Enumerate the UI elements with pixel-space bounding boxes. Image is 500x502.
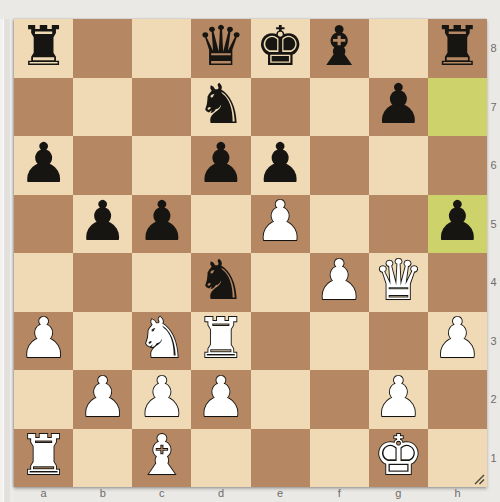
- square-f3[interactable]: [310, 312, 369, 371]
- square-g6[interactable]: [369, 136, 428, 195]
- square-d8[interactable]: ♛: [191, 19, 250, 78]
- square-b8[interactable]: [73, 19, 132, 78]
- square-c6[interactable]: [132, 136, 191, 195]
- square-h1[interactable]: [428, 429, 487, 488]
- piece-black-pawn[interactable]: ♟: [137, 194, 186, 249]
- rank-labels: 87654321: [487, 19, 500, 487]
- square-d2[interactable]: ♟: [191, 370, 250, 429]
- square-a5[interactable]: [14, 195, 73, 254]
- square-g5[interactable]: [369, 195, 428, 254]
- piece-white-pawn[interactable]: ♟: [19, 311, 68, 366]
- square-d4[interactable]: ♞: [191, 253, 250, 312]
- square-f4[interactable]: ♟: [310, 253, 369, 312]
- square-h5[interactable]: ♟: [428, 195, 487, 254]
- square-h7[interactable]: [428, 78, 487, 137]
- piece-white-rook[interactable]: ♜: [19, 428, 68, 483]
- rank-label-1: 1: [487, 429, 500, 488]
- file-label-a: a: [14, 487, 73, 502]
- square-c2[interactable]: ♟: [132, 370, 191, 429]
- square-h3[interactable]: ♟: [428, 312, 487, 371]
- square-e5[interactable]: ♟: [251, 195, 310, 254]
- piece-white-rook[interactable]: ♜: [196, 311, 245, 366]
- square-b5[interactable]: ♟: [73, 195, 132, 254]
- piece-white-pawn[interactable]: ♟: [255, 194, 304, 249]
- square-c5[interactable]: ♟: [132, 195, 191, 254]
- square-a4[interactable]: [14, 253, 73, 312]
- piece-white-queen[interactable]: ♛: [374, 253, 423, 308]
- rank-label-6: 6: [487, 136, 500, 195]
- square-b3[interactable]: [73, 312, 132, 371]
- square-b2[interactable]: ♟: [73, 370, 132, 429]
- square-c7[interactable]: [132, 78, 191, 137]
- rank-label-5: 5: [487, 195, 500, 254]
- piece-black-knight[interactable]: ♞: [196, 253, 245, 308]
- piece-black-pawn[interactable]: ♟: [196, 136, 245, 191]
- square-h2[interactable]: [428, 370, 487, 429]
- square-d7[interactable]: ♞: [191, 78, 250, 137]
- file-label-e: e: [251, 487, 310, 502]
- square-g3[interactable]: [369, 312, 428, 371]
- file-label-c: c: [132, 487, 191, 502]
- piece-black-pawn[interactable]: ♟: [19, 136, 68, 191]
- square-f1[interactable]: [310, 429, 369, 488]
- square-f8[interactable]: ♝: [310, 19, 369, 78]
- square-f6[interactable]: [310, 136, 369, 195]
- rank-label-3: 3: [487, 312, 500, 371]
- piece-black-king[interactable]: ♚: [255, 19, 304, 74]
- square-a3[interactable]: ♟: [14, 312, 73, 371]
- piece-white-bishop[interactable]: ♝: [137, 428, 186, 483]
- square-g2[interactable]: ♟: [369, 370, 428, 429]
- square-d3[interactable]: ♜: [191, 312, 250, 371]
- square-c3[interactable]: ♞: [132, 312, 191, 371]
- piece-black-rook[interactable]: ♜: [433, 19, 482, 74]
- square-e3[interactable]: [251, 312, 310, 371]
- square-e1[interactable]: [251, 429, 310, 488]
- square-d1[interactable]: [191, 429, 250, 488]
- piece-black-rook[interactable]: ♜: [19, 19, 68, 74]
- square-a6[interactable]: ♟: [14, 136, 73, 195]
- square-a2[interactable]: [14, 370, 73, 429]
- piece-black-knight[interactable]: ♞: [196, 77, 245, 132]
- piece-white-pawn[interactable]: ♟: [374, 370, 423, 425]
- square-e2[interactable]: [251, 370, 310, 429]
- square-b7[interactable]: [73, 78, 132, 137]
- square-b1[interactable]: [73, 429, 132, 488]
- piece-black-pawn[interactable]: ♟: [255, 136, 304, 191]
- piece-black-pawn[interactable]: ♟: [374, 77, 423, 132]
- square-a8[interactable]: ♜: [14, 19, 73, 78]
- piece-white-king[interactable]: ♚: [374, 428, 423, 483]
- square-e8[interactable]: ♚: [251, 19, 310, 78]
- square-d5[interactable]: [191, 195, 250, 254]
- piece-black-queen[interactable]: ♛: [196, 19, 245, 74]
- rank-label-2: 2: [487, 370, 500, 429]
- piece-white-pawn[interactable]: ♟: [78, 370, 127, 425]
- piece-white-pawn[interactable]: ♟: [315, 253, 364, 308]
- board: ♜♛♚♝♜♞♟♟♟♟♟♟♟♟♞♟♛♟♞♜♟♟♟♟♟♜♝♚: [14, 19, 487, 487]
- square-f2[interactable]: [310, 370, 369, 429]
- square-g7[interactable]: ♟: [369, 78, 428, 137]
- rank-label-7: 7: [487, 78, 500, 137]
- square-g1[interactable]: ♚: [369, 429, 428, 488]
- square-h6[interactable]: [428, 136, 487, 195]
- square-f5[interactable]: [310, 195, 369, 254]
- file-label-h: h: [428, 487, 487, 502]
- file-label-g: g: [369, 487, 428, 502]
- page-background: ♜♛♚♝♜♞♟♟♟♟♟♟♟♟♞♟♛♟♞♜♟♟♟♟♟♜♝♚ 87654321 ab…: [0, 0, 500, 502]
- square-h8[interactable]: ♜: [428, 19, 487, 78]
- square-g8[interactable]: [369, 19, 428, 78]
- rank-label-8: 8: [487, 19, 500, 78]
- square-c8[interactable]: [132, 19, 191, 78]
- piece-white-pawn[interactable]: ♟: [137, 370, 186, 425]
- square-a7[interactable]: [14, 78, 73, 137]
- square-f7[interactable]: [310, 78, 369, 137]
- piece-white-pawn[interactable]: ♟: [196, 370, 245, 425]
- file-label-f: f: [310, 487, 369, 502]
- rank-label-4: 4: [487, 253, 500, 312]
- square-b4[interactable]: [73, 253, 132, 312]
- square-b6[interactable]: [73, 136, 132, 195]
- square-e4[interactable]: [251, 253, 310, 312]
- left-gutter: [0, 19, 14, 502]
- file-label-d: d: [191, 487, 250, 502]
- piece-black-pawn[interactable]: ♟: [78, 194, 127, 249]
- square-c4[interactable]: [132, 253, 191, 312]
- square-a1[interactable]: ♜: [14, 429, 73, 488]
- square-e6[interactable]: ♟: [251, 136, 310, 195]
- square-c1[interactable]: ♝: [132, 429, 191, 488]
- file-label-b: b: [73, 487, 132, 502]
- board-resize-icon[interactable]: [474, 474, 485, 485]
- piece-white-pawn[interactable]: ♟: [433, 311, 482, 366]
- piece-white-knight[interactable]: ♞: [137, 311, 186, 366]
- square-g4[interactable]: ♛: [369, 253, 428, 312]
- square-e7[interactable]: [251, 78, 310, 137]
- piece-black-bishop[interactable]: ♝: [315, 19, 364, 74]
- square-d6[interactable]: ♟: [191, 136, 250, 195]
- square-h4[interactable]: [428, 253, 487, 312]
- piece-black-pawn[interactable]: ♟: [433, 194, 482, 249]
- file-labels: abcdefgh: [14, 487, 487, 502]
